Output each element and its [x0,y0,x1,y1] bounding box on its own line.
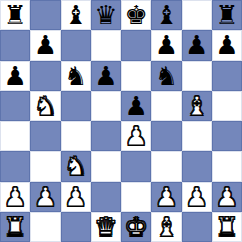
square-b7[interactable]: ♟ [30,30,60,60]
square-d8[interactable]: ♛ [91,0,121,30]
square-g5[interactable]: ♝ [182,91,212,121]
square-d3[interactable] [91,151,121,181]
piece-white-pawn-g2[interactable]: ♟ [185,182,208,212]
square-f5[interactable] [151,91,181,121]
square-e5[interactable]: ♟ [121,91,151,121]
piece-black-pawn-b7[interactable]: ♟ [34,30,57,60]
square-h3[interactable] [212,151,242,181]
piece-white-pawn-a2[interactable]: ♟ [3,182,26,212]
square-d4[interactable] [91,121,121,151]
square-h1[interactable]: ♜ [212,212,242,242]
square-b4[interactable] [30,121,60,151]
piece-white-knight-b5[interactable]: ♞ [34,91,57,121]
piece-black-rook-h8[interactable]: ♜ [215,0,238,30]
square-g3[interactable] [182,151,212,181]
square-e6[interactable] [121,61,151,91]
square-h2[interactable]: ♟ [212,182,242,212]
square-g2[interactable]: ♟ [182,182,212,212]
piece-black-pawn-e5[interactable]: ♟ [124,91,147,121]
square-f8[interactable]: ♝ [151,0,181,30]
square-f3[interactable] [151,151,181,181]
square-e8[interactable]: ♚ [121,0,151,30]
square-c2[interactable]: ♟ [61,182,91,212]
piece-white-king-e1[interactable]: ♚ [124,212,147,242]
square-f1[interactable]: ♝ [151,212,181,242]
square-f7[interactable]: ♟ [151,30,181,60]
square-h8[interactable]: ♜ [212,0,242,30]
square-a3[interactable] [0,151,30,181]
piece-white-queen-d1[interactable]: ♛ [94,212,117,242]
square-b6[interactable] [30,61,60,91]
piece-black-bishop-c8[interactable]: ♝ [64,0,87,30]
square-a8[interactable]: ♜ [0,0,30,30]
piece-black-queen-d8[interactable]: ♛ [94,0,117,30]
piece-black-knight-f6[interactable]: ♞ [155,61,178,91]
piece-black-knight-c6[interactable]: ♞ [64,61,87,91]
piece-black-bishop-f8[interactable]: ♝ [155,0,178,30]
square-c5[interactable] [61,91,91,121]
square-g7[interactable]: ♟ [182,30,212,60]
piece-white-rook-a1[interactable]: ♜ [3,212,26,242]
square-h4[interactable] [212,121,242,151]
piece-black-king-e8[interactable]: ♚ [124,0,147,30]
square-f6[interactable]: ♞ [151,61,181,91]
piece-white-pawn-f2[interactable]: ♟ [155,182,178,212]
square-d5[interactable] [91,91,121,121]
square-d6[interactable]: ♟ [91,61,121,91]
piece-black-pawn-d6[interactable]: ♟ [94,61,117,91]
square-a5[interactable] [0,91,30,121]
square-a6[interactable]: ♟ [0,61,30,91]
square-f4[interactable] [151,121,181,151]
square-b8[interactable] [30,0,60,30]
square-h7[interactable]: ♟ [212,30,242,60]
square-c8[interactable]: ♝ [61,0,91,30]
square-f2[interactable]: ♟ [151,182,181,212]
square-a7[interactable] [0,30,30,60]
square-b1[interactable] [30,212,60,242]
square-b3[interactable] [30,151,60,181]
piece-white-knight-c3[interactable]: ♞ [64,151,87,181]
piece-black-pawn-f7[interactable]: ♟ [155,30,178,60]
piece-white-rook-h1[interactable]: ♜ [215,212,238,242]
square-d1[interactable]: ♛ [91,212,121,242]
square-a4[interactable] [0,121,30,151]
piece-white-pawn-h2[interactable]: ♟ [215,182,238,212]
square-d2[interactable] [91,182,121,212]
piece-black-pawn-a6[interactable]: ♟ [3,61,26,91]
piece-black-pawn-h7[interactable]: ♟ [215,30,238,60]
chess-board: ♜♝♛♚♝♜♟♟♟♟♟♞♟♞♞♟♝♟♞♟♟♟♟♟♟♜♛♚♝♜ [0,0,242,242]
square-e7[interactable] [121,30,151,60]
square-g1[interactable] [182,212,212,242]
square-a2[interactable]: ♟ [0,182,30,212]
square-a1[interactable]: ♜ [0,212,30,242]
square-d7[interactable] [91,30,121,60]
square-b2[interactable]: ♟ [30,182,60,212]
square-e2[interactable] [121,182,151,212]
square-c3[interactable]: ♞ [61,151,91,181]
piece-black-pawn-g7[interactable]: ♟ [185,30,208,60]
square-e1[interactable]: ♚ [121,212,151,242]
piece-black-rook-a8[interactable]: ♜ [3,0,26,30]
square-c4[interactable] [61,121,91,151]
square-g4[interactable] [182,121,212,151]
square-b5[interactable]: ♞ [30,91,60,121]
square-c1[interactable] [61,212,91,242]
square-e4[interactable]: ♟ [121,121,151,151]
square-g8[interactable] [182,0,212,30]
piece-white-pawn-e4[interactable]: ♟ [124,121,147,151]
piece-white-bishop-f1[interactable]: ♝ [155,212,178,242]
square-h5[interactable] [212,91,242,121]
square-c6[interactable]: ♞ [61,61,91,91]
square-g6[interactable] [182,61,212,91]
square-c7[interactable] [61,30,91,60]
square-h6[interactable] [212,61,242,91]
piece-white-pawn-b2[interactable]: ♟ [34,182,57,212]
piece-white-bishop-g5[interactable]: ♝ [185,91,208,121]
piece-white-pawn-c2[interactable]: ♟ [64,182,87,212]
square-e3[interactable] [121,151,151,181]
